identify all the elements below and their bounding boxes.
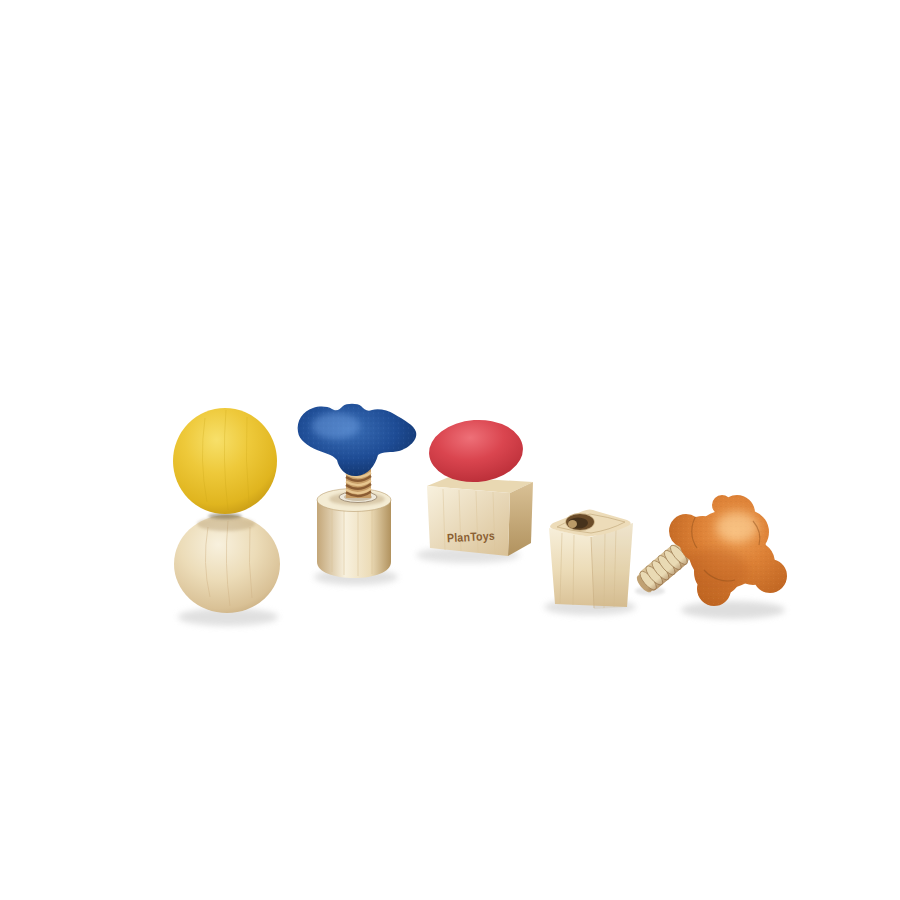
product-photo-canvas: PlanToys bbox=[0, 0, 900, 900]
oval-bolt-assembly: PlanToys bbox=[427, 417, 533, 556]
blue-knob-highlight bbox=[312, 413, 360, 439]
cube-right-face bbox=[508, 482, 533, 556]
cube-front-face bbox=[427, 486, 510, 556]
toy-scene: PlanToys bbox=[0, 0, 900, 900]
plantoys-logo-text: PlanToys bbox=[447, 529, 496, 545]
red-oval-knob bbox=[427, 417, 525, 485]
nut-hole bbox=[566, 514, 595, 531]
wing-bolt-assembly bbox=[298, 404, 417, 578]
triangle-nut bbox=[549, 510, 633, 610]
orange-knob-highlight bbox=[716, 512, 758, 542]
ball-stack bbox=[173, 408, 280, 613]
shadow-orange-knob bbox=[681, 601, 785, 619]
triangle-right-facet-shade bbox=[591, 523, 633, 609]
orange-knob-lower-shade bbox=[680, 548, 748, 592]
ball-contact-shadow bbox=[197, 517, 255, 531]
blue-knob-speckle bbox=[298, 404, 417, 476]
hole-inner-wall-light bbox=[568, 520, 577, 528]
